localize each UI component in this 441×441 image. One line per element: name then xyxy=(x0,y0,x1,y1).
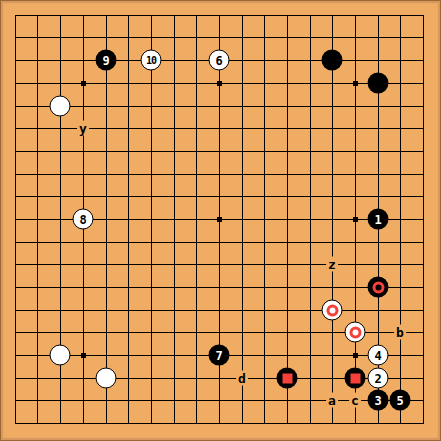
grid-line-horizontal xyxy=(15,287,424,288)
go-board: 91735106842yzbdac xyxy=(0,0,441,441)
star-point xyxy=(81,353,86,358)
stone-number: 7 xyxy=(215,349,222,361)
white-stone xyxy=(322,300,343,321)
white-stone: 8 xyxy=(73,209,94,230)
star-point xyxy=(217,217,222,222)
black-stone xyxy=(322,50,343,71)
point-label-y: y xyxy=(77,121,89,136)
black-stone xyxy=(368,73,389,94)
star-point xyxy=(353,217,358,222)
stone-number: 9 xyxy=(102,54,109,66)
star-point xyxy=(353,81,358,86)
point-label-d: d xyxy=(236,371,248,386)
black-stone: 3 xyxy=(368,390,389,411)
grid-line-vertical xyxy=(242,15,243,424)
square-mark-icon xyxy=(350,373,360,383)
point-label-a: a xyxy=(326,393,338,408)
grid-line-horizontal xyxy=(15,264,424,265)
star-point xyxy=(217,81,222,86)
star-point xyxy=(81,81,86,86)
go-board-diagram: 91735106842yzbdac xyxy=(0,0,441,441)
white-stone: 2 xyxy=(368,368,389,389)
grid-line-horizontal xyxy=(15,400,424,401)
stone-number: 10 xyxy=(146,55,156,65)
stone-number: 3 xyxy=(374,394,381,406)
grid-line-vertical xyxy=(287,15,288,424)
stone-number: 8 xyxy=(79,213,86,225)
grid-line-vertical xyxy=(400,15,401,424)
stone-number: 5 xyxy=(396,394,403,406)
white-stone xyxy=(50,96,71,117)
grid-line-horizontal xyxy=(15,423,424,424)
grid-line-vertical xyxy=(310,15,311,424)
point-label-b: b xyxy=(394,325,406,340)
white-stone: 4 xyxy=(368,345,389,366)
grid-line-horizontal xyxy=(15,310,424,311)
white-stone xyxy=(345,322,366,343)
circle-mark-icon xyxy=(326,304,338,316)
star-point xyxy=(353,353,358,358)
stone-number: 1 xyxy=(374,213,381,225)
black-stone: 1 xyxy=(368,209,389,230)
grid-line-horizontal xyxy=(15,242,424,243)
grid-line-vertical xyxy=(332,15,333,424)
stone-number: 6 xyxy=(215,54,222,66)
grid-line-vertical xyxy=(423,15,424,424)
grid-line-vertical xyxy=(264,15,265,424)
point-label-z: z xyxy=(326,257,338,272)
stone-number: 4 xyxy=(374,349,381,361)
white-stone: 10 xyxy=(141,50,162,71)
square-mark-icon xyxy=(282,373,292,383)
black-stone: 9 xyxy=(96,50,117,71)
white-stone: 6 xyxy=(209,50,230,71)
circle-mark-icon xyxy=(372,281,384,293)
black-stone: 5 xyxy=(390,390,411,411)
circle-mark-icon xyxy=(349,326,361,338)
black-stone: 7 xyxy=(209,345,230,366)
black-stone xyxy=(368,277,389,298)
stone-number: 2 xyxy=(374,372,381,384)
black-stone xyxy=(345,368,366,389)
white-stone xyxy=(50,345,71,366)
point-label-c: c xyxy=(349,393,361,408)
white-stone xyxy=(96,368,117,389)
black-stone xyxy=(277,368,298,389)
